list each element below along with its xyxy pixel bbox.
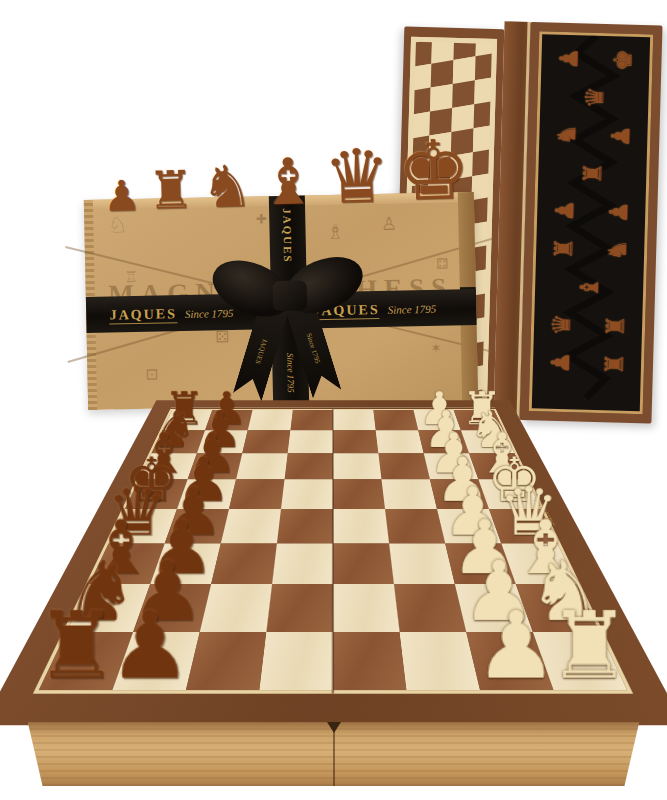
stored-rook-piece: ♜: [580, 161, 606, 184]
folded-board-square: [474, 101, 497, 129]
board-square: [333, 479, 385, 509]
stored-queen-piece: ♛: [548, 312, 574, 335]
display-knight-piece: ♞: [200, 160, 253, 215]
stored-bishop-piece: ♝: [576, 275, 602, 298]
board-square: [272, 544, 333, 584]
display-queen-piece: ♛: [323, 141, 391, 211]
board-square: [221, 509, 281, 544]
board-square: [333, 410, 376, 430]
board-square: [394, 584, 466, 632]
stored-knight-piece: ♞: [554, 122, 580, 145]
board-square: [333, 584, 400, 632]
board-square: [211, 544, 277, 584]
storage-row: ♜: [538, 152, 647, 193]
box-doodle-icon: ♗: [326, 220, 344, 244]
storage-row: ♟♚: [541, 38, 650, 79]
board-square: [236, 453, 288, 479]
storage-row: ♟♟: [537, 190, 646, 231]
felt-storage-tray: ♟♚♛♞♟♜♟♟♜♞♝♛♜♟♜: [529, 31, 654, 414]
light-pawn-piece: ♟: [474, 604, 557, 688]
board-square: [378, 453, 430, 479]
bow-knot: [272, 280, 307, 311]
ribbon-tagline-text: Since 1795: [285, 353, 296, 393]
stored-king-piece: ♚: [610, 48, 636, 71]
ribbon-brand-text: JAQUESSince 1795: [109, 303, 233, 324]
folded-board-square: [474, 77, 497, 105]
stored-pawn-piece: ♟: [605, 200, 631, 223]
board-square: [242, 430, 290, 453]
product-photo-chess-set: ♟♚♛♞♟♜♟♟♜♞♝♛♜♟♜ MAGNETIC CHESS ♘⚄♙✶♜⚀♗✚⚃…: [0, 0, 667, 800]
stored-pawn-piece: ♟: [547, 350, 573, 373]
stored-rook-piece: ♜: [601, 352, 627, 375]
folded-board-square: [476, 37, 497, 57]
storage-row: ♝: [535, 266, 644, 307]
board-square: [229, 479, 285, 509]
board-square: ♜: [533, 632, 627, 690]
box-doodle-icon: ⚄: [215, 327, 229, 346]
folded-board-square: [472, 149, 495, 177]
board-square: [333, 632, 407, 690]
folded-board-interior: ♟♚♛♞♟♜♟♟♜♞♝♛♜♟♜: [519, 22, 662, 424]
light-rook-piece: ♜: [548, 604, 631, 688]
edge-thumb-notch: [327, 722, 341, 733]
board-square: [248, 410, 293, 430]
board-square: [186, 632, 266, 690]
display-pawn-piece: ♟: [103, 177, 142, 217]
board-square: [389, 544, 455, 584]
storage-row: ♞♟: [539, 114, 648, 155]
box-doodle-icon: ⚃: [436, 255, 449, 271]
board-square: [259, 632, 333, 690]
box-doodle-icon: ⚀: [146, 367, 159, 383]
storage-row: ♛: [540, 76, 649, 117]
board-square: [333, 453, 381, 479]
board-square: [333, 544, 394, 584]
board-square: [376, 430, 424, 453]
box-doodle-icon: ✶: [430, 340, 442, 356]
folded-board-square: [472, 173, 495, 201]
display-rook-piece: ♜: [147, 167, 195, 216]
board-square: [281, 479, 333, 509]
board-square: [277, 509, 333, 544]
board-square: [333, 430, 378, 453]
board-square: [385, 509, 445, 544]
stored-pawn-piece: ♟: [608, 124, 634, 147]
board-square: [381, 479, 437, 509]
dark-rook-piece: ♜: [35, 604, 118, 688]
board-square: [285, 453, 333, 479]
display-pieces-on-box: ♟♜♞♝♛♚: [101, 95, 472, 217]
stored-pieces-rows: ♟♚♛♞♟♜♟♟♜♞♝♛♜♟♜: [532, 38, 650, 414]
display-king-piece: ♚: [396, 131, 472, 208]
gift-box: MAGNETIC CHESS ♘⚄♙✶♜⚀♗✚⚃♖ JAQUESSince 17…: [84, 192, 478, 410]
board-square: [290, 410, 333, 430]
stored-pawn-piece: ♟: [552, 198, 578, 221]
stored-rook-piece: ♜: [602, 314, 628, 337]
board-square: [400, 632, 480, 690]
board-square: [266, 584, 333, 632]
board-square: ♟: [112, 632, 199, 690]
display-bishop-piece: ♝: [259, 152, 318, 212]
board-square: [373, 410, 418, 430]
board-square: [288, 430, 333, 453]
dark-pawn-piece: ♟: [108, 604, 191, 688]
stored-pawn-piece: ♟: [556, 47, 582, 70]
stored-queen-piece: ♛: [582, 85, 608, 108]
stored-knight-piece: ♞: [604, 238, 630, 261]
storage-row: ♜♞: [536, 228, 645, 269]
folded-board-square: [473, 125, 496, 153]
storage-row: ♛♜: [534, 304, 643, 345]
stored-rook-piece: ♜: [550, 236, 576, 259]
chess-board: ♜♟♟♜♞♟♟♞♝♟♟♝♚♟♟♚♛♟♟♛♝♟♟♝♞♟♟♞♜♟♟♜ JAQUES: [0, 400, 667, 725]
folded-board-square: [475, 53, 497, 81]
board-square: [333, 509, 389, 544]
board-front-edge: [24, 722, 643, 786]
board-square: ♟: [466, 632, 553, 690]
board-walnut-frame: ♜♟♟♜♞♟♟♞♝♟♟♝♚♟♟♚♛♟♟♛♝♟♟♝♞♟♟♞♜♟♟♜ JAQUES: [0, 400, 667, 725]
storage-row: ♟♜: [533, 342, 642, 383]
board-square: [200, 584, 272, 632]
